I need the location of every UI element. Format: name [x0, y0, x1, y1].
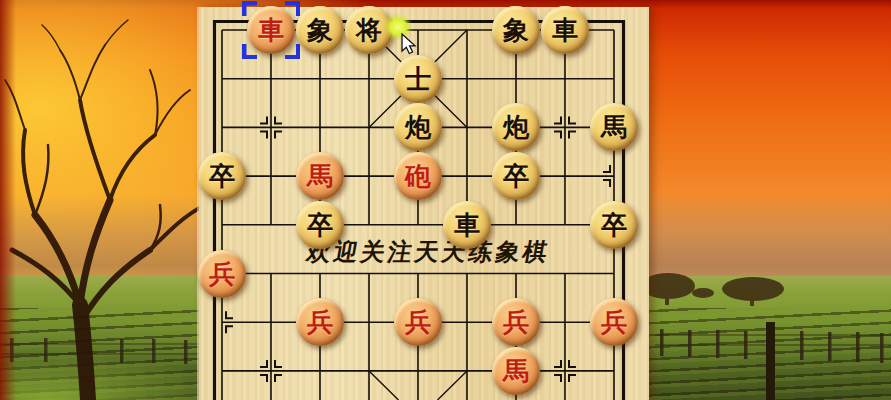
piece-glyph: 象: [307, 6, 333, 54]
piece-black-soldier[interactable]: 卒: [198, 152, 246, 200]
piece-glyph: 兵: [601, 298, 627, 346]
app-window: 欢迎关注天天练象棋 車象将象車士炮炮馬卒馬砲卒卒車卒兵兵兵兵兵馬: [0, 0, 891, 400]
river-banner-text: 欢迎关注天天练象棋: [304, 238, 553, 266]
piece-glyph: 砲: [405, 152, 431, 200]
piece-glyph: 兵: [503, 298, 529, 346]
piece-black-elephant[interactable]: 象: [492, 6, 540, 54]
piece-glyph: 卒: [307, 201, 333, 249]
piece-glyph: 馬: [307, 152, 333, 200]
piece-black-advisor[interactable]: 士: [394, 55, 442, 103]
piece-black-chariot[interactable]: 車: [541, 6, 589, 54]
piece-glyph: 車: [454, 201, 480, 249]
piece-red-horse[interactable]: 馬: [296, 152, 344, 200]
selection-brackets: [242, 1, 300, 59]
piece-glyph: 馬: [503, 347, 529, 395]
piece-black-elephant[interactable]: 象: [296, 6, 344, 54]
piece-red-soldier[interactable]: 兵: [198, 250, 246, 298]
piece-glyph: 卒: [503, 152, 529, 200]
piece-red-soldier[interactable]: 兵: [296, 298, 344, 346]
piece-glyph: 馬: [601, 103, 627, 151]
piece-glyph: 将: [356, 6, 382, 54]
piece-red-horse[interactable]: 馬: [492, 347, 540, 395]
piece-black-soldier[interactable]: 卒: [590, 201, 638, 249]
piece-glyph: 象: [503, 6, 529, 54]
photo-edge-vignette: [0, 0, 16, 400]
piece-glyph: 兵: [209, 250, 235, 298]
horizon-trees: [641, 273, 784, 306]
piece-glyph: 卒: [209, 152, 235, 200]
piece-glyph: 卒: [601, 201, 627, 249]
piece-glyph: 兵: [405, 298, 431, 346]
piece-black-soldier[interactable]: 卒: [492, 152, 540, 200]
piece-glyph: 士: [405, 55, 431, 103]
piece-glyph: 炮: [503, 103, 529, 151]
mouse-cursor: [401, 33, 423, 57]
piece-black-soldier[interactable]: 卒: [296, 201, 344, 249]
piece-glyph: 炮: [405, 103, 431, 151]
piece-red-soldier[interactable]: 兵: [590, 298, 638, 346]
board-panel[interactable]: 欢迎关注天天练象棋 車象将象車士炮炮馬卒馬砲卒卒車卒兵兵兵兵兵馬: [199, 7, 649, 400]
piece-black-chariot[interactable]: 車: [443, 201, 491, 249]
piece-glyph: 兵: [307, 298, 333, 346]
bare-tree-silhouette: [5, 20, 220, 400]
piece-red-soldier[interactable]: 兵: [492, 298, 540, 346]
piece-red-soldier[interactable]: 兵: [394, 298, 442, 346]
piece-red-cannon[interactable]: 砲: [394, 152, 442, 200]
piece-glyph: 車: [552, 6, 578, 54]
